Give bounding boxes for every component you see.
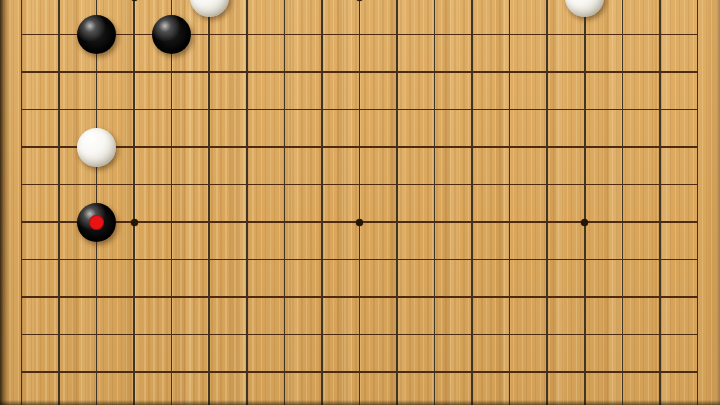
last-move-marker	[89, 215, 104, 230]
star-point	[131, 219, 138, 226]
white-stone-Q16	[565, 0, 604, 17]
grid-line-vertical	[546, 0, 548, 405]
star-point	[356, 0, 363, 1]
grid-line-horizontal	[21, 334, 699, 336]
grid-line-horizontal	[21, 146, 699, 148]
grid-line-vertical	[396, 0, 398, 405]
grid-line-horizontal	[21, 34, 699, 36]
black-stone-E15	[152, 15, 191, 54]
go-board[interactable]	[0, 0, 720, 405]
grid-line-vertical	[509, 0, 511, 405]
grid-line-vertical	[434, 0, 436, 405]
grid-line-vertical	[171, 0, 173, 405]
star-point	[356, 219, 363, 226]
grid-line-horizontal	[21, 259, 699, 261]
grid-line-vertical	[359, 0, 361, 405]
black-stone-C15	[77, 15, 116, 54]
grid-line-vertical	[246, 0, 248, 405]
grid-line-vertical	[321, 0, 323, 405]
grid-line-vertical	[622, 0, 624, 405]
star-point	[581, 219, 588, 226]
grid-line-horizontal	[21, 371, 699, 373]
star-point	[131, 0, 138, 1]
grid-line-horizontal	[21, 296, 699, 298]
grid-line-vertical	[58, 0, 60, 405]
grid-line-vertical	[133, 0, 135, 405]
grid-line-vertical	[584, 0, 586, 405]
grid-line-horizontal	[21, 184, 699, 186]
grid-line-vertical	[208, 0, 210, 405]
white-stone-F16	[190, 0, 229, 17]
grid-line-horizontal	[21, 109, 699, 111]
grid-line-vertical	[21, 0, 23, 405]
grid-line-vertical	[697, 0, 699, 405]
black-stone-C10	[77, 203, 116, 242]
grid-line-horizontal	[21, 71, 699, 73]
grid-line-vertical	[471, 0, 473, 405]
white-stone-C12	[77, 128, 116, 167]
board-edge-shadow-left	[0, 0, 13, 405]
board-edge-shadow-right	[715, 0, 720, 405]
grid-line-vertical	[284, 0, 286, 405]
board-edge-shadow-bottom	[0, 400, 720, 405]
grid-line-vertical	[659, 0, 661, 405]
